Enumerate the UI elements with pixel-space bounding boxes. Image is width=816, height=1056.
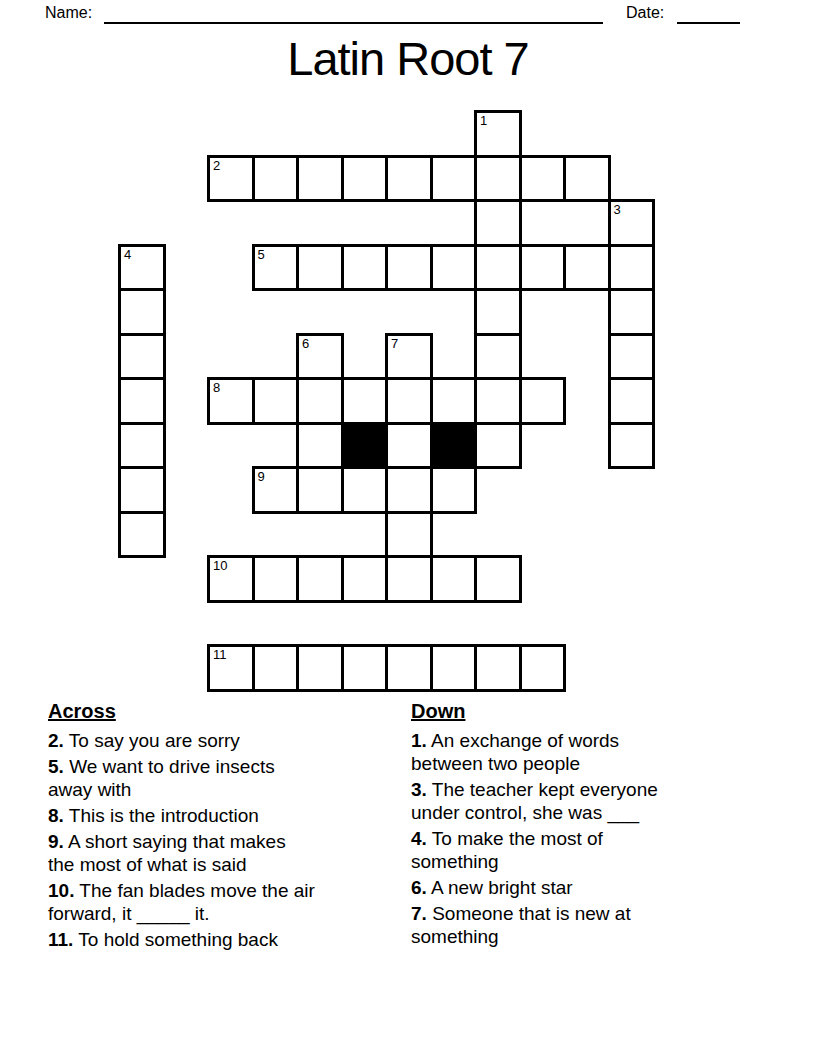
grid-cell[interactable] <box>385 155 433 203</box>
grid-cell[interactable]: 4 <box>118 244 166 292</box>
clue-across-5: 5. We want to drive insects away with <box>48 755 408 801</box>
cell-number: 6 <box>302 336 309 351</box>
clue-text: The fan blades move the air forward, it … <box>48 880 315 924</box>
grid-cell[interactable] <box>608 377 656 425</box>
clue-down-1: 1. An exchange of words between two peop… <box>411 729 783 775</box>
grid-cell[interactable] <box>385 244 433 292</box>
grid-cell[interactable]: 6 <box>296 333 344 381</box>
grid-cell[interactable] <box>563 155 611 203</box>
grid-cell[interactable] <box>519 377 567 425</box>
cell-number: 4 <box>124 247 131 262</box>
grid-cell[interactable]: 2 <box>207 155 255 203</box>
grid-cell[interactable]: 9 <box>252 466 300 514</box>
grid-cell[interactable] <box>608 244 656 292</box>
cell-number: 10 <box>213 558 227 573</box>
clue-text: A new bright star <box>427 877 573 898</box>
cell-number: 5 <box>258 247 265 262</box>
cell-number: 2 <box>213 158 220 173</box>
grid-cell[interactable] <box>341 466 389 514</box>
grid-cell[interactable]: 7 <box>385 333 433 381</box>
grid-cell[interactable] <box>474 377 522 425</box>
grid-cell[interactable] <box>252 377 300 425</box>
grid-cell[interactable] <box>118 466 166 514</box>
clue-number: 5. <box>48 756 64 777</box>
cell-number: 8 <box>213 380 220 395</box>
grid-cell[interactable] <box>296 555 344 603</box>
across-clue-list: 2. To say you are sorry5. We want to dri… <box>48 729 408 951</box>
grid-cell[interactable] <box>296 244 344 292</box>
grid-cell[interactable] <box>385 466 433 514</box>
grid-cell[interactable] <box>252 555 300 603</box>
grid-cell[interactable] <box>474 155 522 203</box>
grid-cell[interactable] <box>296 155 344 203</box>
grid-cell[interactable] <box>474 244 522 292</box>
clue-number: 10. <box>48 880 74 901</box>
grid-cell[interactable] <box>385 511 433 559</box>
clue-across-10: 10. The fan blades move the air forward,… <box>48 879 408 925</box>
grid-cell[interactable]: 5 <box>252 244 300 292</box>
grid-cell[interactable]: 11 <box>207 644 255 692</box>
clue-number: 7. <box>411 903 427 924</box>
grid-cell[interactable] <box>296 466 344 514</box>
grid-cell[interactable] <box>385 555 433 603</box>
grid-cell[interactable] <box>474 555 522 603</box>
clue-text: Someone that is new at something <box>411 903 631 947</box>
grid-cell[interactable] <box>341 644 389 692</box>
grid-cell[interactable] <box>474 333 522 381</box>
grid-cell[interactable] <box>430 244 478 292</box>
grid-cell[interactable] <box>608 288 656 336</box>
down-clues-section: Down 1. An exchange of words between two… <box>411 700 783 951</box>
grid-cell[interactable] <box>430 555 478 603</box>
clue-across-11: 11. To hold something back <box>48 928 408 951</box>
clue-number: 2. <box>48 730 64 751</box>
clue-text: A short saying that makes the most of wh… <box>48 831 286 875</box>
blocked-cell <box>341 422 389 470</box>
clue-text: To say you are sorry <box>64 730 240 751</box>
clue-down-3: 3. The teacher kept everyone under contr… <box>411 778 783 824</box>
grid-cell[interactable] <box>118 377 166 425</box>
grid-cell[interactable] <box>252 155 300 203</box>
clue-down-6: 6. A new bright star <box>411 876 783 899</box>
clue-text: We want to drive insects away with <box>48 756 275 800</box>
grid-cell[interactable] <box>341 244 389 292</box>
blocked-cell <box>430 422 478 470</box>
across-heading: Across <box>48 700 408 723</box>
grid-cell[interactable] <box>608 422 656 470</box>
down-clue-list: 1. An exchange of words between two peop… <box>411 729 783 948</box>
clue-number: 11. <box>48 929 73 950</box>
grid-cell[interactable] <box>252 644 300 692</box>
down-heading: Down <box>411 700 783 723</box>
clue-number: 9. <box>48 831 64 852</box>
cell-number: 3 <box>614 202 621 217</box>
grid-cell[interactable]: 3 <box>608 199 656 247</box>
grid-cell[interactable] <box>430 466 478 514</box>
grid-cell[interactable] <box>608 333 656 381</box>
grid-cell[interactable] <box>474 422 522 470</box>
grid-cell[interactable] <box>296 422 344 470</box>
grid-cell[interactable] <box>341 555 389 603</box>
clue-text: An exchange of words between two people <box>411 730 619 774</box>
grid-cell[interactable]: 1 <box>474 110 522 158</box>
grid-cell[interactable] <box>385 377 433 425</box>
clue-across-8: 8. This is the introduction <box>48 804 408 827</box>
grid-cell[interactable] <box>118 511 166 559</box>
across-clues-section: Across 2. To say you are sorry5. We want… <box>48 700 408 954</box>
grid-cell[interactable] <box>474 644 522 692</box>
worksheet-page: Name: Date: Latin Root 7 1234567891011 A… <box>0 0 816 1056</box>
clue-number: 8. <box>48 805 64 826</box>
grid-cell[interactable]: 10 <box>207 555 255 603</box>
grid-cell[interactable] <box>430 377 478 425</box>
cell-number: 7 <box>391 336 398 351</box>
grid-cell[interactable] <box>296 377 344 425</box>
clue-down-4: 4. To make the most of something <box>411 827 783 873</box>
grid-cell[interactable] <box>341 155 389 203</box>
clue-across-2: 2. To say you are sorry <box>48 729 408 752</box>
grid-cell[interactable]: 8 <box>207 377 255 425</box>
grid-cell[interactable] <box>563 244 611 292</box>
grid-cell[interactable] <box>430 155 478 203</box>
grid-cell[interactable] <box>385 644 433 692</box>
grid-cell[interactable] <box>118 288 166 336</box>
grid-cell[interactable] <box>118 333 166 381</box>
cell-number: 11 <box>213 647 227 662</box>
clue-number: 3. <box>411 779 427 800</box>
grid-cell[interactable] <box>519 244 567 292</box>
clue-across-9: 9. A short saying that makes the most of… <box>48 830 408 876</box>
clue-text: The teacher kept everyone under control,… <box>411 779 658 823</box>
clue-number: 6. <box>411 877 427 898</box>
grid-cell[interactable] <box>519 155 567 203</box>
grid-cell[interactable] <box>430 644 478 692</box>
grid-cell[interactable] <box>474 199 522 247</box>
grid-cell[interactable] <box>118 422 166 470</box>
grid-cell[interactable] <box>474 288 522 336</box>
grid-cell[interactable] <box>341 377 389 425</box>
crossword-grid: 1234567891011 <box>0 0 816 700</box>
clue-number: 1. <box>411 730 427 751</box>
clue-down-7: 7. Someone that is new at something <box>411 902 783 948</box>
grid-cell[interactable] <box>385 422 433 470</box>
cell-number: 1 <box>480 113 487 128</box>
cell-number: 9 <box>258 469 265 484</box>
clue-text: To hold something back <box>73 929 278 950</box>
grid-cell[interactable] <box>296 644 344 692</box>
clue-text: To make the most of something <box>411 828 603 872</box>
grid-cell[interactable] <box>519 644 567 692</box>
clue-text: This is the introduction <box>64 805 259 826</box>
clue-number: 4. <box>411 828 427 849</box>
